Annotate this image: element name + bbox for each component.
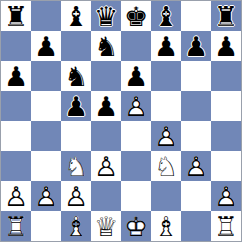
black-pawn-h7: ♟ <box>211 31 241 61</box>
square-g2[interactable] <box>181 181 211 211</box>
square-e7[interactable] <box>121 31 151 61</box>
white-rook-a1: ♜♖ <box>1 211 31 241</box>
black-knight-c6: ♞ <box>61 61 91 91</box>
piece-fill: ♟ <box>91 91 121 121</box>
piece-outline: ♘ <box>151 151 181 181</box>
square-a1[interactable]: ♜♖ <box>1 211 31 241</box>
square-b1[interactable] <box>31 211 61 241</box>
square-f7[interactable]: ♟ <box>151 31 181 61</box>
square-c6[interactable]: ♞ <box>61 61 91 91</box>
square-e8[interactable]: ♚ <box>121 1 151 31</box>
white-pawn-d3: ♟♙ <box>91 151 121 181</box>
piece-fill: ♝ <box>61 1 91 31</box>
square-f8[interactable]: ♝ <box>151 1 181 31</box>
square-b8[interactable] <box>31 1 61 31</box>
black-rook-h8: ♜ <box>211 1 241 31</box>
square-h8[interactable]: ♜ <box>211 1 241 31</box>
square-f2[interactable] <box>151 181 181 211</box>
piece-outline: ♙ <box>211 181 241 211</box>
square-e3[interactable] <box>121 151 151 181</box>
square-b4[interactable] <box>31 121 61 151</box>
square-h2[interactable]: ♟♙ <box>211 181 241 211</box>
piece-fill: ♛ <box>91 1 121 31</box>
white-pawn-g3: ♟♙ <box>181 151 211 181</box>
square-a3[interactable] <box>1 151 31 181</box>
chess-board: ♜♝♛♚♝♜♟♞♟♟♟♟♞♟♟♟♟♙♟♙♞♘♟♙♞♘♟♙♟♙♟♙♟♙♟♙♜♖♝♗… <box>0 0 242 242</box>
black-pawn-b7: ♟ <box>31 31 61 61</box>
square-c3[interactable]: ♞♘ <box>61 151 91 181</box>
white-pawn-b2: ♟♙ <box>31 181 61 211</box>
white-bishop-f1: ♝♗ <box>151 211 181 241</box>
square-f1[interactable]: ♝♗ <box>151 211 181 241</box>
white-pawn-c2: ♟♙ <box>61 181 91 211</box>
piece-outline: ♕ <box>91 211 121 241</box>
piece-outline: ♙ <box>121 91 151 121</box>
piece-outline: ♙ <box>91 151 121 181</box>
piece-outline: ♙ <box>61 181 91 211</box>
black-pawn-f7: ♟ <box>151 31 181 61</box>
white-pawn-h2: ♟♙ <box>211 181 241 211</box>
piece-fill: ♞ <box>61 61 91 91</box>
square-d3[interactable]: ♟♙ <box>91 151 121 181</box>
square-d7[interactable]: ♞ <box>91 31 121 61</box>
white-rook-h1: ♜♖ <box>211 211 241 241</box>
square-g8[interactable] <box>181 1 211 31</box>
piece-fill: ♟ <box>181 31 211 61</box>
square-h1[interactable]: ♜♖ <box>211 211 241 241</box>
square-c1[interactable]: ♝♗ <box>61 211 91 241</box>
square-a5[interactable] <box>1 91 31 121</box>
square-e1[interactable]: ♚♔ <box>121 211 151 241</box>
black-knight-d7: ♞ <box>91 31 121 61</box>
square-a2[interactable]: ♟♙ <box>1 181 31 211</box>
piece-fill: ♜ <box>211 1 241 31</box>
square-d8[interactable]: ♛ <box>91 1 121 31</box>
black-pawn-c5: ♟ <box>61 91 91 121</box>
square-f5[interactable] <box>151 91 181 121</box>
piece-outline: ♔ <box>121 211 151 241</box>
piece-outline: ♙ <box>1 181 31 211</box>
white-pawn-a2: ♟♙ <box>1 181 31 211</box>
square-c4[interactable] <box>61 121 91 151</box>
square-d1[interactable]: ♛♕ <box>91 211 121 241</box>
black-pawn-e6: ♟ <box>121 61 151 91</box>
piece-outline: ♗ <box>151 211 181 241</box>
piece-outline: ♖ <box>211 211 241 241</box>
square-e2[interactable] <box>121 181 151 211</box>
black-bishop-f8: ♝ <box>151 1 181 31</box>
square-h3[interactable] <box>211 151 241 181</box>
piece-fill: ♜ <box>1 1 31 31</box>
square-f3[interactable]: ♞♘ <box>151 151 181 181</box>
square-a7[interactable] <box>1 31 31 61</box>
square-c7[interactable] <box>61 31 91 61</box>
square-b2[interactable]: ♟♙ <box>31 181 61 211</box>
black-pawn-g7: ♟ <box>181 31 211 61</box>
square-a6[interactable]: ♟ <box>1 61 31 91</box>
square-g3[interactable]: ♟♙ <box>181 151 211 181</box>
piece-fill: ♟ <box>151 31 181 61</box>
black-pawn-d5: ♟ <box>91 91 121 121</box>
square-e6[interactable]: ♟ <box>121 61 151 91</box>
piece-fill: ♟ <box>31 31 61 61</box>
square-b3[interactable] <box>31 151 61 181</box>
white-king-e1: ♚♔ <box>121 211 151 241</box>
square-d5[interactable]: ♟ <box>91 91 121 121</box>
square-f4[interactable]: ♟♙ <box>151 121 181 151</box>
square-d4[interactable] <box>91 121 121 151</box>
piece-outline: ♙ <box>151 121 181 151</box>
piece-fill: ♟ <box>121 61 151 91</box>
square-b6[interactable] <box>31 61 61 91</box>
black-king-e8: ♚ <box>121 1 151 31</box>
square-c2[interactable]: ♟♙ <box>61 181 91 211</box>
square-b5[interactable] <box>31 91 61 121</box>
piece-outline: ♙ <box>31 181 61 211</box>
square-d2[interactable] <box>91 181 121 211</box>
white-knight-f3: ♞♘ <box>151 151 181 181</box>
white-pawn-f4: ♟♙ <box>151 121 181 151</box>
black-bishop-c8: ♝ <box>61 1 91 31</box>
square-c8[interactable]: ♝ <box>61 1 91 31</box>
piece-outline: ♙ <box>181 151 211 181</box>
piece-fill: ♞ <box>91 31 121 61</box>
square-e4[interactable] <box>121 121 151 151</box>
square-f6[interactable] <box>151 61 181 91</box>
piece-fill: ♚ <box>121 1 151 31</box>
square-h4[interactable] <box>211 121 241 151</box>
piece-outline: ♖ <box>1 211 31 241</box>
piece-outline: ♗ <box>61 211 91 241</box>
black-pawn-a6: ♟ <box>1 61 31 91</box>
square-h7[interactable]: ♟ <box>211 31 241 61</box>
square-e5[interactable]: ♟♙ <box>121 91 151 121</box>
piece-fill: ♟ <box>61 91 91 121</box>
square-g6[interactable] <box>181 61 211 91</box>
black-rook-a8: ♜ <box>1 1 31 31</box>
white-pawn-e5: ♟♙ <box>121 91 151 121</box>
white-knight-c3: ♞♘ <box>61 151 91 181</box>
black-queen-d8: ♛ <box>91 1 121 31</box>
square-a4[interactable] <box>1 121 31 151</box>
square-a8[interactable]: ♜ <box>1 1 31 31</box>
piece-fill: ♟ <box>1 61 31 91</box>
square-g1[interactable] <box>181 211 211 241</box>
square-h5[interactable] <box>211 91 241 121</box>
square-g7[interactable]: ♟ <box>181 31 211 61</box>
square-g5[interactable] <box>181 91 211 121</box>
white-queen-d1: ♛♕ <box>91 211 121 241</box>
square-h6[interactable] <box>211 61 241 91</box>
square-g4[interactable] <box>181 121 211 151</box>
square-c5[interactable]: ♟ <box>61 91 91 121</box>
square-b7[interactable]: ♟ <box>31 31 61 61</box>
piece-fill: ♝ <box>151 1 181 31</box>
piece-fill: ♟ <box>211 31 241 61</box>
piece-outline: ♘ <box>61 151 91 181</box>
square-d6[interactable] <box>91 61 121 91</box>
white-bishop-c1: ♝♗ <box>61 211 91 241</box>
